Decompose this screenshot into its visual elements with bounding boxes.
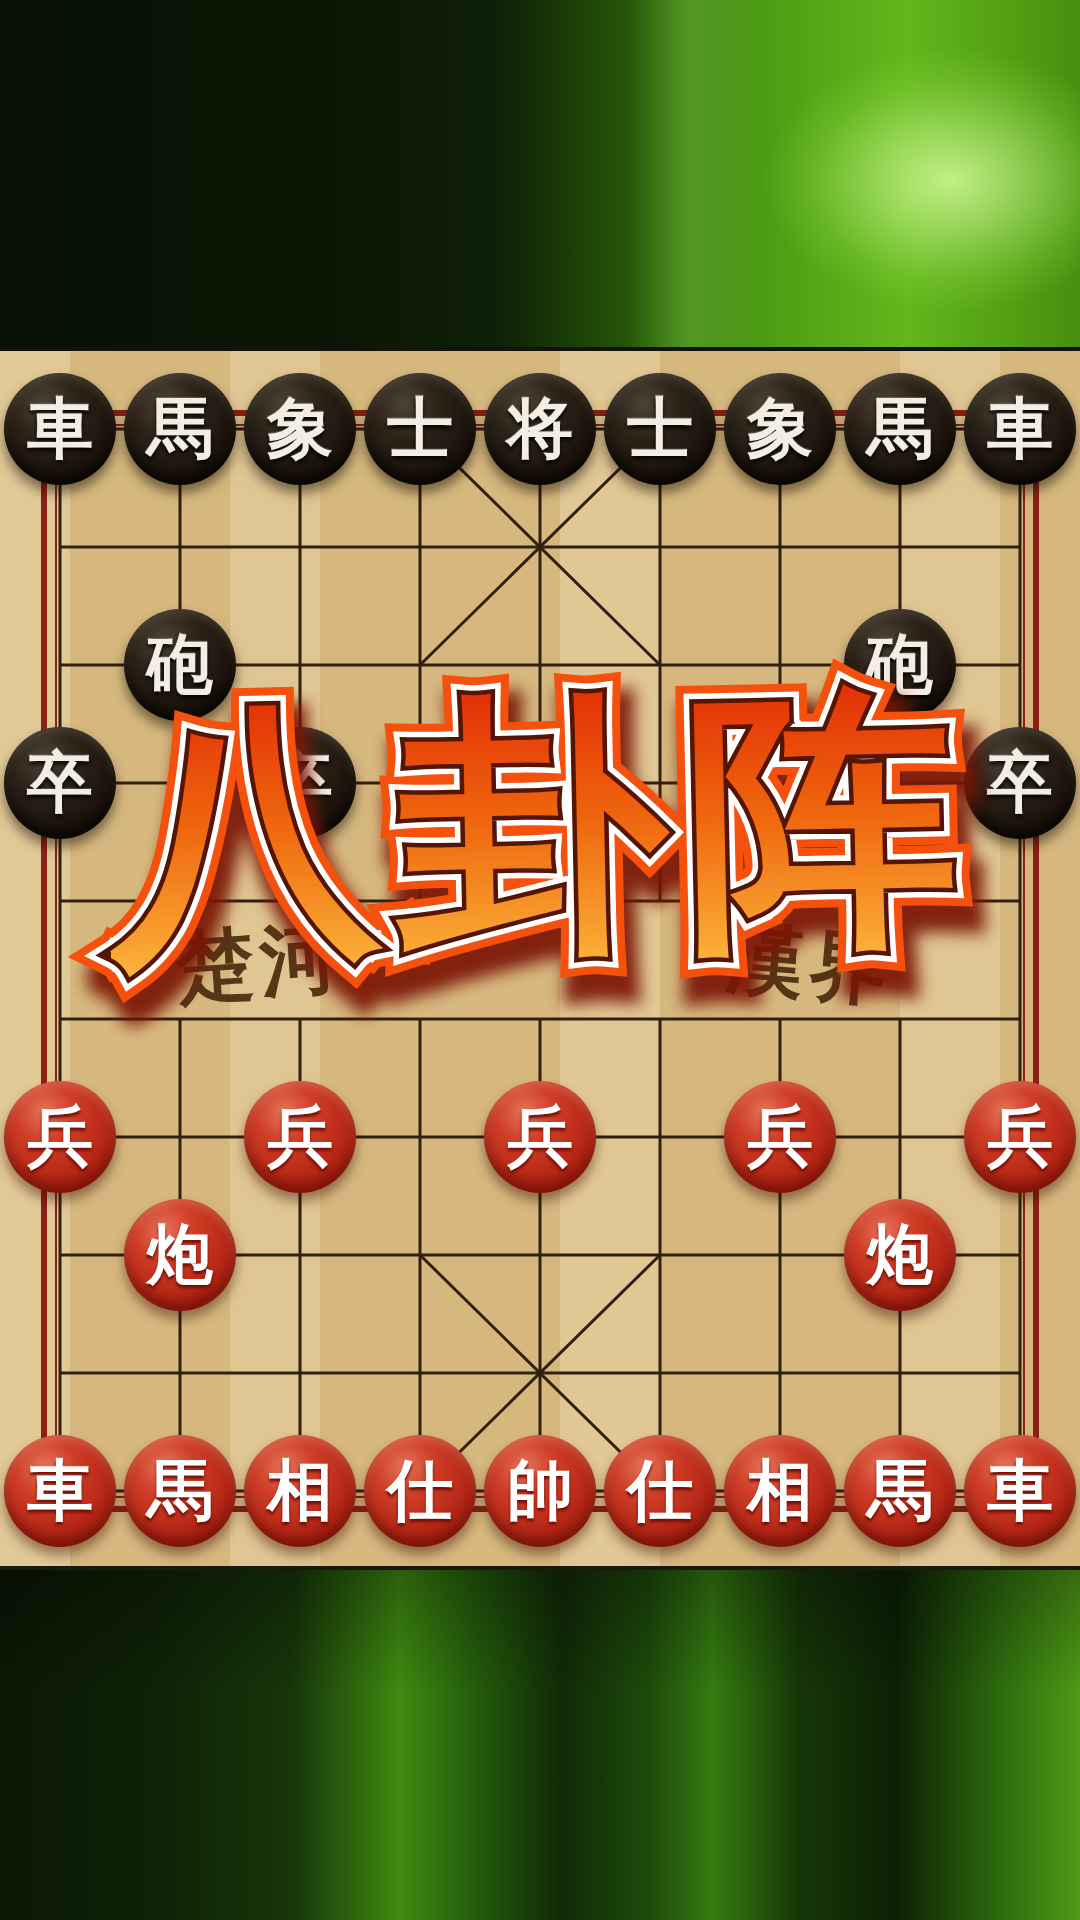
piece-glyph: 象 [267, 396, 333, 462]
piece-red-車-0-9[interactable]: 車 [4, 1435, 116, 1547]
piece-black-象-6-0[interactable]: 象 [724, 373, 836, 485]
piece-glyph: 車 [27, 1458, 93, 1524]
piece-black-士-5-0[interactable]: 士 [604, 373, 716, 485]
piece-glyph: 兵 [27, 1104, 93, 1170]
piece-black-馬-1-0[interactable]: 馬 [124, 373, 236, 485]
title-text: 八卦阵 [105, 653, 976, 1001]
piece-glyph: 車 [27, 396, 93, 462]
piece-glyph: 車 [987, 1458, 1053, 1524]
piece-red-炮-1-7[interactable]: 炮 [124, 1199, 236, 1311]
piece-glyph: 兵 [747, 1104, 813, 1170]
piece-red-兵-2-6[interactable]: 兵 [244, 1081, 356, 1193]
piece-red-相-2-9[interactable]: 相 [244, 1435, 356, 1547]
piece-glyph: 仕 [627, 1458, 693, 1524]
piece-black-車-0-0[interactable]: 車 [4, 373, 116, 485]
piece-black-象-2-0[interactable]: 象 [244, 373, 356, 485]
piece-red-兵-8-6[interactable]: 兵 [964, 1081, 1076, 1193]
piece-glyph: 馬 [867, 396, 933, 462]
piece-glyph: 馬 [147, 396, 213, 462]
piece-black-車-8-0[interactable]: 車 [964, 373, 1076, 485]
piece-glyph: 炮 [147, 1222, 213, 1288]
piece-glyph: 炮 [867, 1222, 933, 1288]
piece-glyph: 士 [627, 396, 693, 462]
piece-black-士-3-0[interactable]: 士 [364, 373, 476, 485]
piece-red-車-8-9[interactable]: 車 [964, 1435, 1076, 1547]
piece-glyph: 帥 [507, 1458, 573, 1524]
piece-glyph: 馬 [867, 1458, 933, 1524]
piece-glyph: 兵 [987, 1104, 1053, 1170]
piece-red-仕-5-9[interactable]: 仕 [604, 1435, 716, 1547]
piece-red-馬-1-9[interactable]: 馬 [124, 1435, 236, 1547]
piece-black-馬-7-0[interactable]: 馬 [844, 373, 956, 485]
piece-red-相-6-9[interactable]: 相 [724, 1435, 836, 1547]
piece-glyph: 士 [387, 396, 453, 462]
piece-red-炮-7-7[interactable]: 炮 [844, 1199, 956, 1311]
piece-red-馬-7-9[interactable]: 馬 [844, 1435, 956, 1547]
piece-red-仕-3-9[interactable]: 仕 [364, 1435, 476, 1547]
piece-red-帥-4-9[interactable]: 帥 [484, 1435, 596, 1547]
piece-glyph: 兵 [507, 1104, 573, 1170]
piece-red-兵-0-6[interactable]: 兵 [4, 1081, 116, 1193]
bamboo-background-bottom [0, 1570, 1080, 1920]
title-overlay: 八卦阵 八卦阵 八卦阵 八卦阵 八卦阵 [0, 641, 1080, 1014]
piece-black-将-4-0[interactable]: 将 [484, 373, 596, 485]
piece-glyph: 相 [267, 1458, 333, 1524]
piece-glyph: 仕 [387, 1458, 453, 1524]
piece-glyph: 将 [507, 396, 573, 462]
screenshot-stage: 楚河 漢界 車馬象士将士象馬車砲砲卒卒卒卒卒兵兵兵兵兵炮炮車馬相仕帥仕相馬車 八… [0, 0, 1080, 1920]
piece-glyph: 象 [747, 396, 813, 462]
piece-glyph: 車 [987, 396, 1053, 462]
piece-glyph: 相 [747, 1458, 813, 1524]
piece-glyph: 兵 [267, 1104, 333, 1170]
bamboo-background-top [0, 0, 1080, 347]
piece-red-兵-6-6[interactable]: 兵 [724, 1081, 836, 1193]
piece-glyph: 馬 [147, 1458, 213, 1524]
piece-red-兵-4-6[interactable]: 兵 [484, 1081, 596, 1193]
